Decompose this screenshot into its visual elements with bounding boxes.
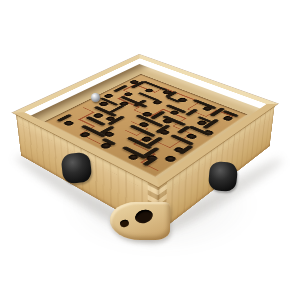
scene-perspective bbox=[0, 0, 300, 300]
ball-exit-hole bbox=[133, 208, 154, 226]
left-tilt-knob[interactable] bbox=[61, 152, 93, 185]
product-photo-labyrinth-game bbox=[0, 0, 300, 300]
right-tilt-knob[interactable] bbox=[208, 161, 238, 192]
ball-return-tray bbox=[110, 202, 170, 240]
steel-marble bbox=[91, 93, 100, 102]
ball-return-hole bbox=[119, 219, 129, 228]
